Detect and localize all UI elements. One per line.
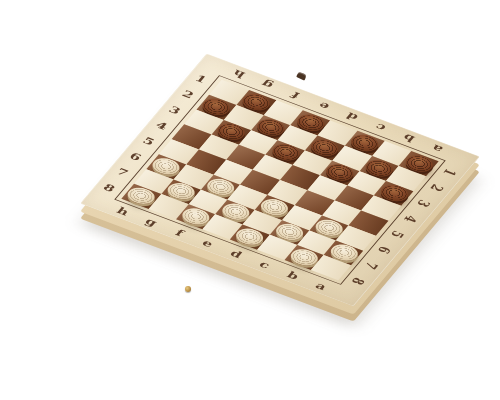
hinge-screw	[185, 286, 191, 292]
clasp-hook-icon	[296, 71, 307, 80]
product-photo-scene: hgfedcba hgfedcba 12345678 12345678	[0, 0, 500, 400]
checkers-board: hgfedcba hgfedcba 12345678 12345678	[80, 53, 480, 306]
